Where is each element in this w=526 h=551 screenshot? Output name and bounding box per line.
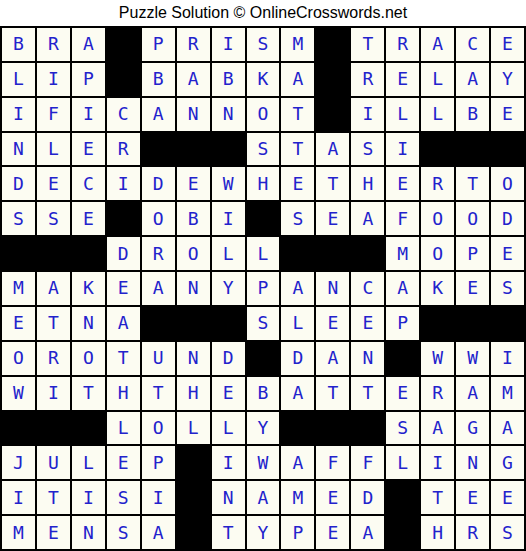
black-cell-r4c7	[211, 132, 246, 167]
letter-cell-r4c8: S	[246, 132, 281, 167]
crossword-grid: BRAPRISMTRACELIPBABKARELAYIFICANNOTILLBE…	[0, 26, 526, 551]
letter-cell-r7c15: E	[490, 236, 525, 271]
black-cell-r6c8	[246, 201, 281, 236]
letter-cell-r8c3: K	[71, 271, 106, 306]
letter-cell-r5c9: E	[280, 166, 315, 201]
letter-cell-r6c14: O	[455, 201, 490, 236]
letter-cell-r12c12: S	[385, 411, 420, 446]
letter-cell-r6c10: E	[315, 201, 350, 236]
letter-cell-r11c4: H	[106, 376, 141, 411]
letter-cell-r4c12: I	[385, 132, 420, 167]
letter-cell-r10c11: N	[350, 341, 385, 376]
black-cell-r7c1	[1, 236, 36, 271]
letter-cell-r3c3: I	[71, 97, 106, 132]
letter-cell-r5c1: D	[1, 166, 36, 201]
letter-cell-r2c8: K	[246, 62, 281, 97]
letter-cell-r5c6: E	[176, 166, 211, 201]
black-cell-r12c10	[315, 411, 350, 446]
black-cell-r4c14	[455, 132, 490, 167]
letter-cell-r7c12: M	[385, 236, 420, 271]
letter-cell-r12c8: Y	[246, 411, 281, 446]
letter-cell-r3c14: B	[455, 97, 490, 132]
black-cell-r14c6	[176, 480, 211, 515]
letter-cell-r15c8: Y	[246, 515, 281, 550]
letter-cell-r3c12: L	[385, 97, 420, 132]
letter-cell-r1c9: M	[280, 27, 315, 62]
black-cell-r2c10	[315, 62, 350, 97]
letter-cell-r11c11: T	[350, 376, 385, 411]
letter-cell-r2c9: A	[280, 62, 315, 97]
letter-cell-r10c1: O	[1, 341, 36, 376]
letter-cell-r5c2: E	[36, 166, 71, 201]
letter-cell-r11c12: E	[385, 376, 420, 411]
letter-cell-r9c10: E	[315, 306, 350, 341]
letter-cell-r9c4: A	[106, 306, 141, 341]
letter-cell-r15c4: S	[106, 515, 141, 550]
letter-cell-r5c8: H	[246, 166, 281, 201]
letter-cell-r9c2: T	[36, 306, 71, 341]
letter-cell-r4c4: R	[106, 132, 141, 167]
letter-cell-r15c11: A	[350, 515, 385, 550]
letter-cell-r6c2: S	[36, 201, 71, 236]
letter-cell-r11c8: B	[246, 376, 281, 411]
black-cell-r3c10	[315, 97, 350, 132]
title-bar: Puzzle Solution © OnlineCrosswords.net	[0, 0, 526, 26]
letter-cell-r11c13: R	[420, 376, 455, 411]
black-cell-r1c10	[315, 27, 350, 62]
letter-cell-r14c4: S	[106, 480, 141, 515]
letter-cell-r2c12: E	[385, 62, 420, 97]
letter-cell-r11c9: A	[280, 376, 315, 411]
black-cell-r9c6	[176, 306, 211, 341]
letter-cell-r14c10: E	[315, 480, 350, 515]
letter-cell-r8c2: A	[36, 271, 71, 306]
letter-cell-r8c5: A	[141, 271, 176, 306]
letter-cell-r10c13: W	[420, 341, 455, 376]
letter-cell-r11c1: W	[1, 376, 36, 411]
letter-cell-r8c8: P	[246, 271, 281, 306]
letter-cell-r2c14: A	[455, 62, 490, 97]
letter-cell-r11c2: I	[36, 376, 71, 411]
letter-cell-r9c1: E	[1, 306, 36, 341]
letter-cell-r15c15: S	[490, 515, 525, 550]
letter-cell-r8c9: A	[280, 271, 315, 306]
letter-cell-r10c15: I	[490, 341, 525, 376]
black-cell-r4c13	[420, 132, 455, 167]
black-cell-r4c15	[490, 132, 525, 167]
letter-cell-r6c3: E	[71, 201, 106, 236]
letter-cell-r4c11: S	[350, 132, 385, 167]
letter-cell-r11c14: A	[455, 376, 490, 411]
letter-cell-r6c5: O	[141, 201, 176, 236]
letter-cell-r3c6: N	[176, 97, 211, 132]
letter-cell-r8c15: S	[490, 271, 525, 306]
letter-cell-r10c3: O	[71, 341, 106, 376]
black-cell-r10c12	[385, 341, 420, 376]
letter-cell-r6c11: A	[350, 201, 385, 236]
black-cell-r12c11	[350, 411, 385, 446]
letter-cell-r11c5: T	[141, 376, 176, 411]
letter-cell-r1c12: R	[385, 27, 420, 62]
letter-cell-r6c15: D	[490, 201, 525, 236]
letter-cell-r11c10: T	[315, 376, 350, 411]
letter-cell-r3c8: O	[246, 97, 281, 132]
letter-cell-r15c10: E	[315, 515, 350, 550]
letter-cell-r6c1: S	[1, 201, 36, 236]
black-cell-r12c2	[36, 411, 71, 446]
letter-cell-r13c15: G	[490, 445, 525, 480]
letter-cell-r6c12: F	[385, 201, 420, 236]
letter-cell-r8c13: K	[420, 271, 455, 306]
black-cell-r1c4	[106, 27, 141, 62]
letter-cell-r3c2: F	[36, 97, 71, 132]
letter-cell-r3c15: E	[490, 97, 525, 132]
letter-cell-r1c15: E	[490, 27, 525, 62]
letter-cell-r13c3: L	[71, 445, 106, 480]
letter-cell-r5c10: T	[315, 166, 350, 201]
letter-cell-r9c11: E	[350, 306, 385, 341]
letter-cell-r13c9: A	[280, 445, 315, 480]
letter-cell-r10c5: U	[141, 341, 176, 376]
letter-cell-r8c10: N	[315, 271, 350, 306]
letter-cell-r5c4: I	[106, 166, 141, 201]
letter-cell-r3c7: N	[211, 97, 246, 132]
letter-cell-r13c12: L	[385, 445, 420, 480]
letter-cell-r8c11: C	[350, 271, 385, 306]
letter-cell-r12c13: A	[420, 411, 455, 446]
letter-cell-r10c7: D	[211, 341, 246, 376]
letter-cell-r9c3: N	[71, 306, 106, 341]
letter-cell-r6c7: I	[211, 201, 246, 236]
letter-cell-r2c15: Y	[490, 62, 525, 97]
letter-cell-r13c1: J	[1, 445, 36, 480]
puzzle-solution-page: Puzzle Solution © OnlineCrosswords.net B…	[0, 0, 526, 551]
letter-cell-r12c7: L	[211, 411, 246, 446]
letter-cell-r7c13: O	[420, 236, 455, 271]
letter-cell-r5c13: R	[420, 166, 455, 201]
black-cell-r9c5	[141, 306, 176, 341]
letter-cell-r1c13: A	[420, 27, 455, 62]
letter-cell-r5c12: E	[385, 166, 420, 201]
letter-cell-r2c5: B	[141, 62, 176, 97]
letter-cell-r14c2: T	[36, 480, 71, 515]
letter-cell-r1c1: B	[1, 27, 36, 62]
black-cell-r12c3	[71, 411, 106, 446]
letter-cell-r14c13: T	[420, 480, 455, 515]
letter-cell-r1c2: R	[36, 27, 71, 62]
letter-cell-r15c9: P	[280, 515, 315, 550]
letter-cell-r14c9: M	[280, 480, 315, 515]
letter-cell-r7c14: P	[455, 236, 490, 271]
letter-cell-r13c7: I	[211, 445, 246, 480]
letter-cell-r12c6: L	[176, 411, 211, 446]
letter-cell-r1c6: R	[176, 27, 211, 62]
letter-cell-r14c5: I	[141, 480, 176, 515]
letter-cell-r4c1: N	[1, 132, 36, 167]
letter-cell-r15c3: N	[71, 515, 106, 550]
letter-cell-r5c11: H	[350, 166, 385, 201]
letter-cell-r13c13: I	[420, 445, 455, 480]
letter-cell-r4c10: A	[315, 132, 350, 167]
letter-cell-r7c4: D	[106, 236, 141, 271]
letter-cell-r11c7: E	[211, 376, 246, 411]
letter-cell-r6c13: O	[420, 201, 455, 236]
letter-cell-r13c5: P	[141, 445, 176, 480]
letter-cell-r1c7: I	[211, 27, 246, 62]
letter-cell-r8c1: M	[1, 271, 36, 306]
black-cell-r7c10	[315, 236, 350, 271]
letter-cell-r1c5: P	[141, 27, 176, 62]
letter-cell-r5c7: W	[211, 166, 246, 201]
letter-cell-r3c5: A	[141, 97, 176, 132]
letter-cell-r12c4: L	[106, 411, 141, 446]
letter-cell-r13c14: N	[455, 445, 490, 480]
letter-cell-r1c3: A	[71, 27, 106, 62]
black-cell-r9c14	[455, 306, 490, 341]
letter-cell-r2c13: L	[420, 62, 455, 97]
letter-cell-r14c8: A	[246, 480, 281, 515]
letter-cell-r14c3: I	[71, 480, 106, 515]
letter-cell-r2c7: B	[211, 62, 246, 97]
black-cell-r7c3	[71, 236, 106, 271]
letter-cell-r6c9: S	[280, 201, 315, 236]
letter-cell-r15c2: E	[36, 515, 71, 550]
letter-cell-r13c11: F	[350, 445, 385, 480]
letter-cell-r15c13: H	[420, 515, 455, 550]
letter-cell-r5c3: C	[71, 166, 106, 201]
black-cell-r4c6	[176, 132, 211, 167]
letter-cell-r8c4: E	[106, 271, 141, 306]
letter-cell-r10c9: D	[280, 341, 315, 376]
black-cell-r14c12	[385, 480, 420, 515]
black-cell-r7c2	[36, 236, 71, 271]
letter-cell-r10c10: A	[315, 341, 350, 376]
letter-cell-r8c7: Y	[211, 271, 246, 306]
letter-cell-r7c7: L	[211, 236, 246, 271]
letter-cell-r9c12: P	[385, 306, 420, 341]
black-cell-r2c4	[106, 62, 141, 97]
letter-cell-r4c3: E	[71, 132, 106, 167]
letter-cell-r10c2: R	[36, 341, 71, 376]
letter-cell-r10c4: T	[106, 341, 141, 376]
letter-cell-r14c15: E	[490, 480, 525, 515]
letter-cell-r11c6: H	[176, 376, 211, 411]
black-cell-r9c15	[490, 306, 525, 341]
page-title: Puzzle Solution © OnlineCrosswords.net	[119, 4, 407, 22]
black-cell-r9c7	[211, 306, 246, 341]
letter-cell-r4c2: L	[36, 132, 71, 167]
letter-cell-r7c8: L	[246, 236, 281, 271]
black-cell-r4c5	[141, 132, 176, 167]
letter-cell-r8c12: A	[385, 271, 420, 306]
letter-cell-r3c9: T	[280, 97, 315, 132]
letter-cell-r3c13: L	[420, 97, 455, 132]
letter-cell-r8c6: N	[176, 271, 211, 306]
black-cell-r15c12	[385, 515, 420, 550]
letter-cell-r15c1: M	[1, 515, 36, 550]
letter-cell-r11c3: T	[71, 376, 106, 411]
letter-cell-r3c4: C	[106, 97, 141, 132]
black-cell-r7c11	[350, 236, 385, 271]
letter-cell-r2c1: L	[1, 62, 36, 97]
letter-cell-r1c8: S	[246, 27, 281, 62]
letter-cell-r13c8: W	[246, 445, 281, 480]
letter-cell-r5c15: O	[490, 166, 525, 201]
letter-cell-r9c8: S	[246, 306, 281, 341]
letter-cell-r13c4: E	[106, 445, 141, 480]
black-cell-r12c1	[1, 411, 36, 446]
letter-cell-r12c14: G	[455, 411, 490, 446]
letter-cell-r3c11: I	[350, 97, 385, 132]
black-cell-r7c9	[280, 236, 315, 271]
black-cell-r15c6	[176, 515, 211, 550]
letter-cell-r9c9: L	[280, 306, 315, 341]
letter-cell-r2c2: I	[36, 62, 71, 97]
black-cell-r10c8	[246, 341, 281, 376]
letter-cell-r5c5: D	[141, 166, 176, 201]
letter-cell-r1c14: C	[455, 27, 490, 62]
black-cell-r12c9	[280, 411, 315, 446]
black-cell-r9c13	[420, 306, 455, 341]
letter-cell-r14c11: D	[350, 480, 385, 515]
letter-cell-r11c15: M	[490, 376, 525, 411]
letter-cell-r2c11: R	[350, 62, 385, 97]
letter-cell-r4c9: T	[280, 132, 315, 167]
letter-cell-r6c6: B	[176, 201, 211, 236]
letter-cell-r13c2: U	[36, 445, 71, 480]
black-cell-r13c6	[176, 445, 211, 480]
letter-cell-r7c6: O	[176, 236, 211, 271]
letter-cell-r14c1: I	[1, 480, 36, 515]
letter-cell-r1c11: T	[350, 27, 385, 62]
letter-cell-r2c6: A	[176, 62, 211, 97]
letter-cell-r10c14: W	[455, 341, 490, 376]
letter-cell-r13c10: F	[315, 445, 350, 480]
letter-cell-r12c5: O	[141, 411, 176, 446]
letter-cell-r14c14: E	[455, 480, 490, 515]
letter-cell-r10c6: N	[176, 341, 211, 376]
letter-cell-r15c5: A	[141, 515, 176, 550]
letter-cell-r12c15: A	[490, 411, 525, 446]
letter-cell-r15c14: R	[455, 515, 490, 550]
letter-cell-r15c7: T	[211, 515, 246, 550]
letter-cell-r5c14: T	[455, 166, 490, 201]
letter-cell-r7c5: R	[141, 236, 176, 271]
letter-cell-r3c1: I	[1, 97, 36, 132]
letter-cell-r14c7: N	[211, 480, 246, 515]
letter-cell-r8c14: E	[455, 271, 490, 306]
black-cell-r6c4	[106, 201, 141, 236]
letter-cell-r2c3: P	[71, 62, 106, 97]
